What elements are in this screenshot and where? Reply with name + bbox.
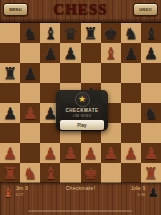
board-square-g7[interactable]: ♟ [121,43,141,63]
star-badge: ★ [75,92,90,107]
dialog-title: CHECKMATE [66,108,99,113]
red-pawn: ♟ [124,144,138,163]
black-rook: ♜ [3,64,17,83]
board-square-b2[interactable] [20,143,40,163]
board-square-g4[interactable] [121,103,141,123]
black-pawn: ♟ [23,64,37,83]
board-square-g5[interactable] [121,83,141,103]
red-rook: ♜ [144,164,158,183]
board-square-b7[interactable] [20,43,40,63]
board-square-h7[interactable]: ♟ [141,43,161,63]
red-bishop: ♝ [43,164,57,183]
board-square-g1[interactable] [121,163,141,183]
board-square-c7[interactable]: ♟ [40,43,60,63]
board-square-c8[interactable]: ♝ [40,23,60,43]
board-square-h6[interactable] [141,63,161,83]
checkmate-dialog: ★ CHECKMATE JIM WINS Play [56,90,108,131]
board-square-b1[interactable]: ♞ [20,163,40,183]
board-square-h3[interactable] [141,123,161,143]
board-square-h8[interactable]: ♝ [141,23,161,43]
board-square-d2[interactable]: ♟ [60,143,80,163]
board-square-d7[interactable]: ♟ [60,43,80,63]
red-pawn: ♟ [104,144,118,163]
red-pawn: ♟ [23,104,37,123]
board-square-h2[interactable]: ♟ [141,143,161,163]
red-piece-icon: ♝ [2,185,14,200]
board-square-e1[interactable]: ♚ [81,163,101,183]
black-bishop: ♝ [43,24,57,43]
black-bishop: ♝ [144,24,158,43]
board-square-d6[interactable] [60,63,80,83]
board-square-a5[interactable] [0,83,20,103]
star-icon: ★ [78,95,86,104]
board-square-d1[interactable] [60,163,80,183]
board-square-b8[interactable]: ♞ [20,23,40,43]
player-left-score: Jim: 9 [16,186,28,191]
red-pawn: ♟ [144,144,158,163]
board-square-a3[interactable] [0,123,20,143]
board-square-c1[interactable]: ♝ [40,163,60,183]
red-king: ♚ [83,164,97,183]
red-pawn: ♟ [83,144,97,163]
board-square-f1[interactable] [101,163,121,183]
red-pawn: ♟ [43,144,57,163]
board-square-a8[interactable] [0,23,20,43]
board-square-a4[interactable]: ♟ [0,103,20,123]
chess-app: MENU CHESS UNDO ♞♝♛♜♚♞♝♟♟♝♟♟♜♟♟♟♟♟♞♟♟♟♟♟… [0,0,161,215]
black-pawn: ♟ [144,44,158,63]
board-square-g8[interactable]: ♞ [121,23,141,43]
dialog-subtitle: JIM WINS [73,114,92,118]
player-left-time: 6:27 [16,192,28,197]
black-piece-icon: ♟ [147,185,159,200]
red-knight: ♞ [23,164,37,183]
board-square-h1[interactable]: ♜ [141,163,161,183]
board-square-e2[interactable]: ♟ [81,143,101,163]
board-square-f2[interactable]: ♟ [101,143,121,163]
red-pawn: ♟ [63,144,77,163]
black-knight: ♞ [124,24,138,43]
board-square-c2[interactable]: ♟ [40,143,60,163]
board-square-b3[interactable] [20,123,40,143]
board-square-f8[interactable]: ♚ [101,23,121,43]
board-square-b5[interactable] [20,83,40,103]
board-square-e7[interactable] [81,43,101,63]
bottom-divider [28,210,132,212]
board-square-e8[interactable]: ♜ [81,23,101,43]
top-bar: MENU CHESS UNDO [0,0,161,22]
board-square-c6[interactable] [40,63,60,83]
board-square-a6[interactable]: ♜ [0,63,20,83]
board-square-h5[interactable] [141,83,161,103]
black-pawn: ♟ [3,104,17,123]
board-square-g2[interactable]: ♟ [121,143,141,163]
play-button[interactable]: Play [60,120,104,130]
black-pawn: ♟ [63,44,77,63]
board-square-a1[interactable]: ♜ [0,163,20,183]
board-square-d8[interactable]: ♛ [60,23,80,43]
board-square-b6[interactable]: ♟ [20,63,40,83]
black-rook: ♜ [83,24,97,43]
player-right: Julie: 9 5:36 ♟ [131,185,159,200]
board-square-a2[interactable]: ♟ [0,143,20,163]
undo-button[interactable]: UNDO [133,3,158,16]
board-square-e6[interactable] [81,63,101,83]
black-knight: ♞ [144,104,158,123]
red-bishop: ♝ [104,44,118,63]
red-pawn: ♟ [3,144,17,163]
bottom-bar: Checkmate! ♝ Jim: 9 6:27 Julie: 9 5:36 ♟ [0,182,161,215]
board-square-g6[interactable] [121,63,141,83]
black-knight: ♞ [23,24,37,43]
board-square-g3[interactable] [121,123,141,143]
black-queen: ♛ [63,24,77,43]
board-square-a7[interactable] [0,43,20,63]
board-square-b4[interactable]: ♟ [20,103,40,123]
board-square-f6[interactable] [101,63,121,83]
black-king: ♚ [104,24,118,43]
red-rook: ♜ [3,164,17,183]
player-right-score: Julie: 9 [131,186,145,191]
board-square-h4[interactable]: ♞ [141,103,161,123]
player-left: ♝ Jim: 9 6:27 [2,185,28,200]
player-right-time: 5:36 [138,192,146,197]
board-square-f7[interactable]: ♝ [101,43,121,63]
black-pawn: ♟ [124,44,138,63]
black-pawn: ♟ [43,44,57,63]
